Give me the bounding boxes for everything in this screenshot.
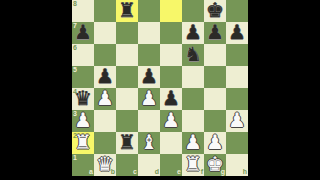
black-rook-c2[interactable]: ♜: [116, 132, 138, 154]
square-b1[interactable]: ♛b: [94, 154, 116, 176]
square-b6[interactable]: [94, 44, 116, 66]
black-pawn-g7[interactable]: ♟: [204, 22, 226, 44]
square-a8[interactable]: 8: [72, 0, 94, 22]
file-label-h: h: [243, 168, 247, 176]
square-b8[interactable]: [94, 0, 116, 22]
rank-label-1: 1: [73, 154, 77, 162]
square-f7[interactable]: ♟: [182, 22, 204, 44]
square-c4[interactable]: [116, 88, 138, 110]
black-pawn-e4[interactable]: ♟: [160, 88, 182, 110]
square-h4[interactable]: [226, 88, 248, 110]
square-c5[interactable]: [116, 66, 138, 88]
square-e5[interactable]: [160, 66, 182, 88]
square-f2[interactable]: ♟: [182, 132, 204, 154]
file-label-d: d: [155, 168, 159, 176]
black-pawn-f7[interactable]: ♟: [182, 22, 204, 44]
white-bishop-d2[interactable]: ♝: [138, 132, 160, 154]
chess-board: 8♜♚♟7♟♟♟6♞5♟♟♛4♟♟♟♟3♟♟♜2♜♝♟♟1a♛bcde♜f♚gh: [72, 0, 248, 176]
square-d8[interactable]: [138, 0, 160, 22]
square-e8[interactable]: [160, 0, 182, 22]
square-g5[interactable]: [204, 66, 226, 88]
square-e3[interactable]: ♟: [160, 110, 182, 132]
white-pawn-d4[interactable]: ♟: [138, 88, 160, 110]
black-king-g8[interactable]: ♚: [204, 0, 226, 22]
square-g1[interactable]: ♚g: [204, 154, 226, 176]
square-f5[interactable]: [182, 66, 204, 88]
white-king-g1[interactable]: ♚: [204, 154, 226, 176]
white-pawn-g2[interactable]: ♟: [204, 132, 226, 154]
square-d5[interactable]: ♟: [138, 66, 160, 88]
square-e4[interactable]: ♟: [160, 88, 182, 110]
square-c2[interactable]: ♜: [116, 132, 138, 154]
file-label-c: c: [133, 168, 137, 176]
square-b5[interactable]: ♟: [94, 66, 116, 88]
square-a4[interactable]: ♛4: [72, 88, 94, 110]
square-f8[interactable]: [182, 0, 204, 22]
file-label-a: a: [89, 168, 93, 176]
square-d1[interactable]: d: [138, 154, 160, 176]
square-c1[interactable]: c: [116, 154, 138, 176]
square-a6[interactable]: 6: [72, 44, 94, 66]
black-knight-f6[interactable]: ♞: [182, 44, 204, 66]
square-a7[interactable]: ♟7: [72, 22, 94, 44]
square-c3[interactable]: [116, 110, 138, 132]
square-e1[interactable]: e: [160, 154, 182, 176]
square-a3[interactable]: ♟3: [72, 110, 94, 132]
square-g6[interactable]: [204, 44, 226, 66]
square-f4[interactable]: [182, 88, 204, 110]
file-label-e: e: [177, 168, 181, 176]
square-c6[interactable]: [116, 44, 138, 66]
square-g7[interactable]: ♟: [204, 22, 226, 44]
white-pawn-f2[interactable]: ♟: [182, 132, 204, 154]
white-queen-b1[interactable]: ♛: [94, 154, 116, 176]
white-rook-a2[interactable]: ♜: [72, 132, 94, 154]
square-h7[interactable]: ♟: [226, 22, 248, 44]
square-b7[interactable]: [94, 22, 116, 44]
square-g4[interactable]: [204, 88, 226, 110]
square-f3[interactable]: [182, 110, 204, 132]
rank-label-5: 5: [73, 66, 77, 74]
white-pawn-b4[interactable]: ♟: [94, 88, 116, 110]
black-pawn-h7[interactable]: ♟: [226, 22, 248, 44]
square-d2[interactable]: ♝: [138, 132, 160, 154]
rank-label-6: 6: [73, 44, 77, 52]
square-f6[interactable]: ♞: [182, 44, 204, 66]
white-pawn-e3[interactable]: ♟: [160, 110, 182, 132]
square-b2[interactable]: [94, 132, 116, 154]
square-g2[interactable]: ♟: [204, 132, 226, 154]
square-a2[interactable]: ♜2: [72, 132, 94, 154]
video-frame: 8♜♚♟7♟♟♟6♞5♟♟♛4♟♟♟♟3♟♟♜2♜♝♟♟1a♛bcde♜f♚gh: [0, 0, 320, 180]
square-h1[interactable]: h: [226, 154, 248, 176]
rank-label-8: 8: [73, 0, 77, 8]
black-rook-c8[interactable]: ♜: [116, 0, 138, 22]
square-h3[interactable]: ♟: [226, 110, 248, 132]
black-pawn-a7[interactable]: ♟: [72, 22, 94, 44]
square-d6[interactable]: [138, 44, 160, 66]
square-c8[interactable]: ♜: [116, 0, 138, 22]
square-h8[interactable]: [226, 0, 248, 22]
square-c7[interactable]: [116, 22, 138, 44]
square-b4[interactable]: ♟: [94, 88, 116, 110]
black-pawn-b5[interactable]: ♟: [94, 66, 116, 88]
square-g3[interactable]: [204, 110, 226, 132]
square-e6[interactable]: [160, 44, 182, 66]
square-h5[interactable]: [226, 66, 248, 88]
square-g8[interactable]: ♚: [204, 0, 226, 22]
square-h6[interactable]: [226, 44, 248, 66]
square-d7[interactable]: [138, 22, 160, 44]
square-a5[interactable]: 5: [72, 66, 94, 88]
square-f1[interactable]: ♜f: [182, 154, 204, 176]
square-b3[interactable]: [94, 110, 116, 132]
black-pawn-d5[interactable]: ♟: [138, 66, 160, 88]
square-h2[interactable]: [226, 132, 248, 154]
white-rook-f1[interactable]: ♜: [182, 154, 204, 176]
white-pawn-a3[interactable]: ♟: [72, 110, 94, 132]
square-e7[interactable]: [160, 22, 182, 44]
square-e2[interactable]: [160, 132, 182, 154]
square-d3[interactable]: [138, 110, 160, 132]
square-d4[interactable]: ♟: [138, 88, 160, 110]
white-pawn-h3[interactable]: ♟: [226, 110, 248, 132]
black-queen-a4[interactable]: ♛: [72, 88, 94, 110]
square-a1[interactable]: 1a: [72, 154, 94, 176]
